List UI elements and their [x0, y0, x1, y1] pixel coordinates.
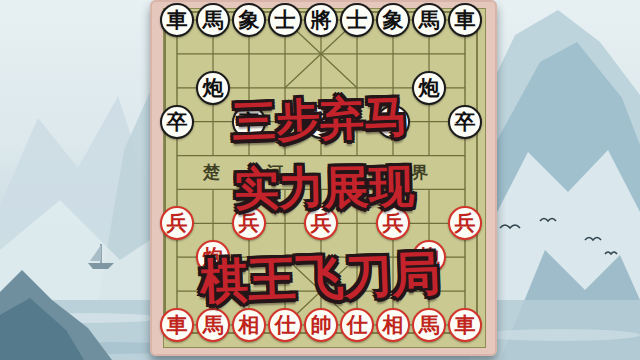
caption-line-2: 实力展现	[213, 156, 434, 220]
xiangqi-piece-red-仕[interactable]: 仕	[340, 308, 374, 342]
xiangqi-piece-red-帥[interactable]: 帥	[304, 308, 338, 342]
xiangqi-piece-black-將[interactable]: 將	[304, 3, 338, 37]
caption-line-1: 三步弃马	[211, 86, 429, 153]
xiangqi-piece-red-車[interactable]: 車	[448, 308, 482, 342]
xiangqi-piece-black-車[interactable]: 車	[160, 3, 194, 37]
xiangqi-piece-black-馬[interactable]: 馬	[196, 3, 230, 37]
xiangqi-piece-black-士[interactable]: 士	[340, 3, 374, 37]
xiangqi-piece-black-象[interactable]: 象	[232, 3, 266, 37]
xiangqi-piece-red-仕[interactable]: 仕	[268, 308, 302, 342]
caption-line-3: 棋王飞刀局	[171, 241, 469, 315]
xiangqi-piece-red-相[interactable]: 相	[376, 308, 410, 342]
xiangqi-piece-black-象[interactable]: 象	[376, 3, 410, 37]
video-thumbnail: 楚河 汉界 車馬象士將士象馬車炮炮卒卒卒卒卒兵兵兵兵兵炮炮車馬相仕帥仕相馬車 三…	[0, 0, 640, 360]
xiangqi-piece-red-相[interactable]: 相	[232, 308, 266, 342]
xiangqi-piece-black-士[interactable]: 士	[268, 3, 302, 37]
xiangqi-piece-black-馬[interactable]: 馬	[412, 3, 446, 37]
xiangqi-piece-black-卒[interactable]: 卒	[448, 105, 482, 139]
xiangqi-piece-black-車[interactable]: 車	[448, 3, 482, 37]
xiangqi-piece-black-卒[interactable]: 卒	[160, 105, 194, 139]
xiangqi-piece-red-馬[interactable]: 馬	[412, 308, 446, 342]
